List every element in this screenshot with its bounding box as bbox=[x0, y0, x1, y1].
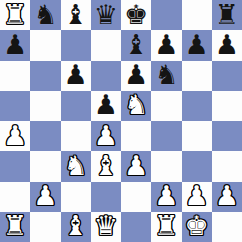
white-bishop[interactable]: ♝ bbox=[94, 152, 118, 179]
black-pawn[interactable]: ♟ bbox=[124, 61, 148, 88]
black-pawn[interactable]: ♟ bbox=[185, 31, 209, 58]
square-g2[interactable]: ♟ bbox=[182, 182, 212, 212]
square-a7[interactable]: ♟ bbox=[0, 30, 30, 60]
square-e1[interactable] bbox=[121, 212, 151, 242]
white-rook[interactable]: ♜ bbox=[154, 212, 178, 239]
square-h4[interactable] bbox=[212, 121, 242, 151]
square-a1[interactable]: ♜ bbox=[0, 212, 30, 242]
square-e4[interactable] bbox=[121, 121, 151, 151]
square-f3[interactable] bbox=[151, 151, 181, 181]
square-d4[interactable]: ♟ bbox=[91, 121, 121, 151]
white-pawn[interactable]: ♟ bbox=[33, 182, 57, 209]
square-d5[interactable]: ♟ bbox=[91, 91, 121, 121]
white-queen[interactable]: ♛ bbox=[94, 212, 118, 239]
square-d1[interactable]: ♛ bbox=[91, 212, 121, 242]
square-f7[interactable]: ♟ bbox=[151, 30, 181, 60]
white-pawn[interactable]: ♟ bbox=[154, 182, 178, 209]
square-d7[interactable] bbox=[91, 30, 121, 60]
square-h2[interactable]: ♟ bbox=[212, 182, 242, 212]
square-d2[interactable] bbox=[91, 182, 121, 212]
square-d6[interactable] bbox=[91, 61, 121, 91]
square-a8[interactable]: ♜ bbox=[0, 0, 30, 30]
black-pawn[interactable]: ♟ bbox=[94, 91, 118, 118]
square-b1[interactable] bbox=[30, 212, 60, 242]
black-bishop[interactable]: ♝ bbox=[124, 31, 148, 58]
square-b4[interactable] bbox=[30, 121, 60, 151]
black-queen[interactable]: ♛ bbox=[94, 1, 118, 28]
square-a6[interactable] bbox=[0, 61, 30, 91]
white-pawn[interactable]: ♟ bbox=[3, 122, 27, 149]
square-d3[interactable]: ♝ bbox=[91, 151, 121, 181]
square-d8[interactable]: ♛ bbox=[91, 0, 121, 30]
square-c1[interactable]: ♝ bbox=[61, 212, 91, 242]
square-g6[interactable] bbox=[182, 61, 212, 91]
square-c6[interactable]: ♟ bbox=[61, 61, 91, 91]
chess-board: ♜♞♝♛♚♜♟♝♟♟♟♟♟♞♟♞♟♟♞♝♟♟♟♟♟♜♝♛♜♚ bbox=[0, 0, 242, 242]
square-h8[interactable]: ♜ bbox=[212, 0, 242, 30]
square-f8[interactable] bbox=[151, 0, 181, 30]
square-b8[interactable]: ♞ bbox=[30, 0, 60, 30]
square-a2[interactable] bbox=[0, 182, 30, 212]
square-h3[interactable] bbox=[212, 151, 242, 181]
square-b2[interactable]: ♟ bbox=[30, 182, 60, 212]
square-h5[interactable] bbox=[212, 91, 242, 121]
square-c3[interactable]: ♞ bbox=[61, 151, 91, 181]
white-pawn[interactable]: ♟ bbox=[185, 182, 209, 209]
black-rook[interactable]: ♜ bbox=[215, 1, 239, 28]
white-king[interactable]: ♚ bbox=[185, 212, 209, 239]
black-bishop[interactable]: ♝ bbox=[64, 1, 88, 28]
white-knight[interactable]: ♞ bbox=[64, 152, 88, 179]
square-b5[interactable] bbox=[30, 91, 60, 121]
white-rook[interactable]: ♜ bbox=[3, 212, 27, 239]
square-a4[interactable]: ♟ bbox=[0, 121, 30, 151]
black-pawn[interactable]: ♟ bbox=[64, 61, 88, 88]
square-g7[interactable]: ♟ bbox=[182, 30, 212, 60]
black-pawn[interactable]: ♟ bbox=[215, 31, 239, 58]
square-b7[interactable] bbox=[30, 30, 60, 60]
square-c7[interactable] bbox=[61, 30, 91, 60]
black-knight[interactable]: ♞ bbox=[33, 1, 57, 28]
square-g8[interactable] bbox=[182, 0, 212, 30]
square-e8[interactable]: ♚ bbox=[121, 0, 151, 30]
square-h6[interactable] bbox=[212, 61, 242, 91]
square-f6[interactable]: ♞ bbox=[151, 61, 181, 91]
black-knight[interactable]: ♞ bbox=[154, 61, 178, 88]
square-f1[interactable]: ♜ bbox=[151, 212, 181, 242]
square-g4[interactable] bbox=[182, 121, 212, 151]
square-f4[interactable] bbox=[151, 121, 181, 151]
square-a5[interactable] bbox=[0, 91, 30, 121]
square-e6[interactable]: ♟ bbox=[121, 61, 151, 91]
white-knight[interactable]: ♞ bbox=[124, 91, 148, 118]
square-e5[interactable]: ♞ bbox=[121, 91, 151, 121]
square-g3[interactable] bbox=[182, 151, 212, 181]
white-pawn[interactable]: ♟ bbox=[124, 152, 148, 179]
white-pawn[interactable]: ♟ bbox=[215, 182, 239, 209]
square-b3[interactable] bbox=[30, 151, 60, 181]
white-bishop[interactable]: ♝ bbox=[64, 212, 88, 239]
square-c4[interactable] bbox=[61, 121, 91, 151]
square-h1[interactable] bbox=[212, 212, 242, 242]
square-g5[interactable] bbox=[182, 91, 212, 121]
square-c8[interactable]: ♝ bbox=[61, 0, 91, 30]
square-f5[interactable] bbox=[151, 91, 181, 121]
square-e2[interactable] bbox=[121, 182, 151, 212]
square-e7[interactable]: ♝ bbox=[121, 30, 151, 60]
square-h7[interactable]: ♟ bbox=[212, 30, 242, 60]
white-rook[interactable]: ♜ bbox=[3, 1, 27, 28]
square-b6[interactable] bbox=[30, 61, 60, 91]
square-g1[interactable]: ♚ bbox=[182, 212, 212, 242]
black-king[interactable]: ♚ bbox=[124, 1, 148, 28]
square-c5[interactable] bbox=[61, 91, 91, 121]
square-f2[interactable]: ♟ bbox=[151, 182, 181, 212]
square-c2[interactable] bbox=[61, 182, 91, 212]
square-e3[interactable]: ♟ bbox=[121, 151, 151, 181]
black-pawn[interactable]: ♟ bbox=[3, 31, 27, 58]
square-a3[interactable] bbox=[0, 151, 30, 181]
black-pawn[interactable]: ♟ bbox=[154, 31, 178, 58]
white-pawn[interactable]: ♟ bbox=[94, 122, 118, 149]
